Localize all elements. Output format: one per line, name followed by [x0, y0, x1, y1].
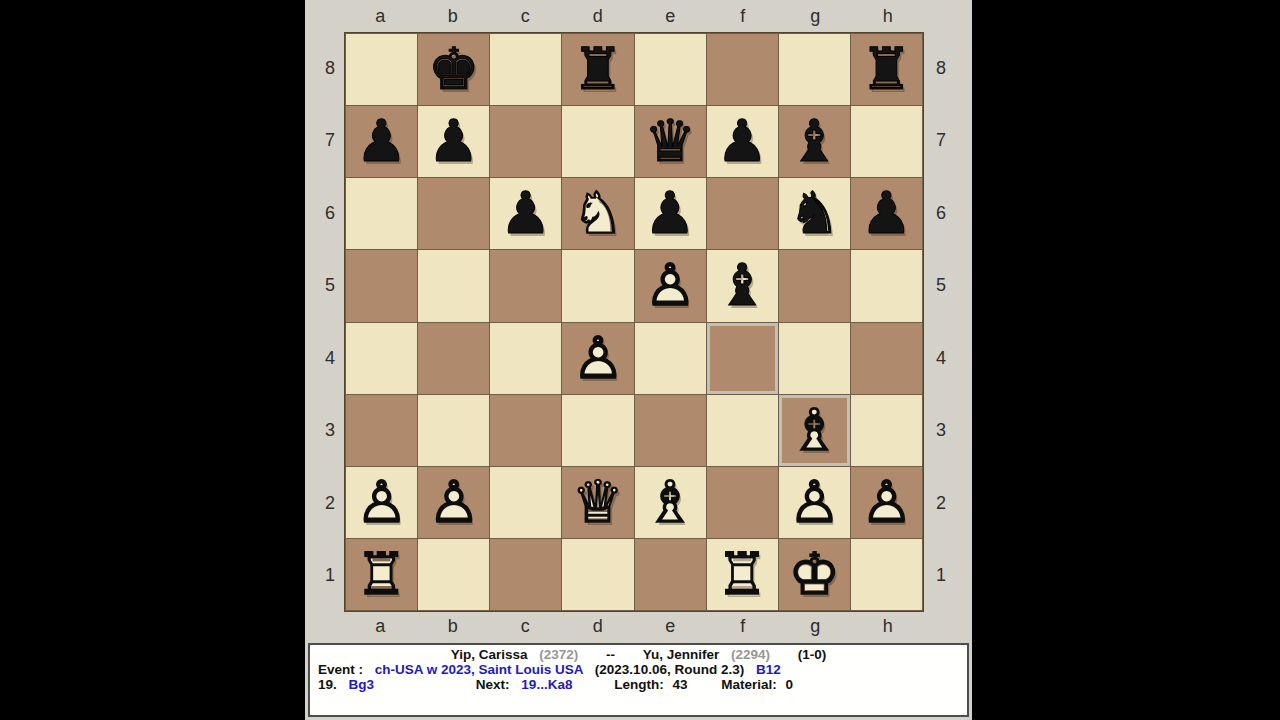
square-g1[interactable]: ♚♚♔ — [779, 539, 850, 610]
square-c8[interactable] — [490, 34, 561, 105]
piece-white-pawn: ♟♟♙ — [562, 323, 633, 394]
piece-white-queen: ♛♛♕ — [562, 467, 633, 538]
square-d7[interactable] — [562, 106, 633, 177]
piece-black-queen: ♛♛ — [635, 106, 706, 177]
square-e6[interactable]: ♟♟ — [635, 178, 706, 249]
square-f2[interactable] — [707, 467, 778, 538]
event-details: (2023.10.06, Round 2.3) — [595, 662, 744, 677]
file-label-a: a — [344, 6, 417, 28]
file-label-d: d — [562, 616, 635, 638]
square-a6[interactable] — [346, 178, 417, 249]
rank-label-2: 2 — [930, 467, 952, 540]
black-player-rating: (2294) — [731, 647, 770, 662]
rank-label-1: 1 — [930, 540, 952, 613]
square-h6[interactable]: ♟♟ — [851, 178, 922, 249]
content-column: abcdefgh 87654321 87654321 ♚♚♜♜♜♜♟♟♟♟♛♛♟… — [305, 0, 972, 720]
next-move: 19...Ka8 — [521, 677, 572, 692]
square-b4[interactable] — [418, 323, 489, 394]
square-h4[interactable] — [851, 323, 922, 394]
piece-white-rook: ♜♜♖ — [346, 539, 417, 610]
piece-black-pawn: ♟♟ — [851, 178, 922, 249]
material-label: Material: — [721, 677, 777, 692]
rank-label-6: 6 — [319, 177, 341, 250]
event-name: ch-USA w 2023, Saint Louis USA — [375, 662, 583, 677]
square-d2[interactable]: ♛♛♕ — [562, 467, 633, 538]
next-label: Next: — [476, 677, 510, 692]
square-a1[interactable]: ♜♜♖ — [346, 539, 417, 610]
piece-white-pawn: ♟♟♙ — [635, 250, 706, 321]
square-h5[interactable] — [851, 250, 922, 321]
white-player-rating: (2372) — [539, 647, 578, 662]
square-c5[interactable] — [490, 250, 561, 321]
piece-white-knight: ♞♞♘ — [562, 178, 633, 249]
chess-board: ♚♚♜♜♜♜♟♟♟♟♛♛♟♟♝♝♟♟♞♞♘♟♟♞♞♟♟♟♟♙♝♝♟♟♙♝♝♗♟♟… — [344, 32, 924, 612]
square-e3[interactable] — [635, 395, 706, 466]
square-b7[interactable]: ♟♟ — [418, 106, 489, 177]
square-b1[interactable] — [418, 539, 489, 610]
move-number: 19. — [318, 677, 337, 692]
rank-label-4: 4 — [319, 322, 341, 395]
square-f8[interactable] — [707, 34, 778, 105]
material-value: 0 — [786, 677, 794, 692]
square-b8[interactable]: ♚♚ — [418, 34, 489, 105]
eco-code: B12 — [756, 662, 781, 677]
piece-white-king: ♚♚♔ — [779, 539, 850, 610]
file-label-f: f — [707, 6, 780, 28]
rank-label-7: 7 — [930, 105, 952, 178]
piece-white-pawn: ♟♟♙ — [851, 467, 922, 538]
rank-label-6: 6 — [930, 177, 952, 250]
square-a4[interactable] — [346, 323, 417, 394]
square-e4[interactable] — [635, 323, 706, 394]
rank-label-8: 8 — [930, 32, 952, 105]
rank-label-3: 3 — [319, 395, 341, 468]
file-label-e: e — [634, 6, 707, 28]
square-f6[interactable] — [707, 178, 778, 249]
rank-label-8: 8 — [319, 32, 341, 105]
square-f5[interactable]: ♝♝ — [707, 250, 778, 321]
square-b3[interactable] — [418, 395, 489, 466]
square-h8[interactable]: ♜♜ — [851, 34, 922, 105]
square-e7[interactable]: ♛♛ — [635, 106, 706, 177]
file-label-g: g — [779, 6, 852, 28]
file-label-h: h — [852, 6, 925, 28]
piece-white-bishop: ♝♝♗ — [779, 395, 850, 466]
square-d1[interactable] — [562, 539, 633, 610]
game-info-panel: Yip, Carissa (2372) -- Yu, Jennifer (229… — [308, 643, 969, 717]
square-f4[interactable] — [707, 323, 778, 394]
piece-white-pawn: ♟♟♙ — [779, 467, 850, 538]
square-g2[interactable]: ♟♟♙ — [779, 467, 850, 538]
piece-black-rook: ♜♜ — [851, 34, 922, 105]
piece-black-king: ♚♚ — [418, 34, 489, 105]
square-b2[interactable]: ♟♟♙ — [418, 467, 489, 538]
square-e5[interactable]: ♟♟♙ — [635, 250, 706, 321]
square-h3[interactable] — [851, 395, 922, 466]
white-player-name: Yip, Carissa — [451, 647, 528, 662]
file-label-d: d — [562, 6, 635, 28]
length-label: Length: — [614, 677, 664, 692]
square-e8[interactable] — [635, 34, 706, 105]
square-a5[interactable] — [346, 250, 417, 321]
black-player-name: Yu, Jennifer — [643, 647, 720, 662]
square-a2[interactable]: ♟♟♙ — [346, 467, 417, 538]
piece-black-pawn: ♟♟ — [635, 178, 706, 249]
square-a3[interactable] — [346, 395, 417, 466]
square-g5[interactable] — [779, 250, 850, 321]
square-b5[interactable] — [418, 250, 489, 321]
square-e1[interactable] — [635, 539, 706, 610]
square-c4[interactable] — [490, 323, 561, 394]
moves-line: 19. Bg3 Next: 19...Ka8 Length: 43 Materi… — [318, 677, 959, 692]
square-d6[interactable]: ♞♞♘ — [562, 178, 633, 249]
piece-black-bishop: ♝♝ — [779, 106, 850, 177]
square-f7[interactable]: ♟♟ — [707, 106, 778, 177]
rank-label-3: 3 — [930, 395, 952, 468]
rank-label-5: 5 — [319, 250, 341, 323]
file-label-e: e — [634, 616, 707, 638]
piece-black-rook: ♜♜ — [562, 34, 633, 105]
square-c1[interactable] — [490, 539, 561, 610]
rank-labels-left: 87654321 — [319, 32, 341, 612]
piece-white-pawn: ♟♟♙ — [346, 467, 417, 538]
square-h1[interactable] — [851, 539, 922, 610]
square-g4[interactable] — [779, 323, 850, 394]
piece-black-knight: ♞♞ — [779, 178, 850, 249]
rank-label-7: 7 — [319, 105, 341, 178]
square-d8[interactable]: ♜♜ — [562, 34, 633, 105]
square-b6[interactable] — [418, 178, 489, 249]
square-e2[interactable]: ♝♝♗ — [635, 467, 706, 538]
players-separator: -- — [606, 647, 615, 662]
length-value: 43 — [672, 677, 687, 692]
square-d5[interactable] — [562, 250, 633, 321]
square-d4[interactable]: ♟♟♙ — [562, 323, 633, 394]
file-label-c: c — [489, 616, 562, 638]
square-c7[interactable] — [490, 106, 561, 177]
square-g6[interactable]: ♞♞ — [779, 178, 850, 249]
piece-white-pawn: ♟♟♙ — [418, 467, 489, 538]
file-label-h: h — [852, 616, 925, 638]
players-line: Yip, Carissa (2372) -- Yu, Jennifer (229… — [318, 647, 959, 662]
square-g8[interactable] — [779, 34, 850, 105]
file-label-g: g — [779, 616, 852, 638]
piece-white-rook: ♜♜♖ — [707, 539, 778, 610]
piece-black-pawn: ♟♟ — [418, 106, 489, 177]
file-labels-top: abcdefgh — [344, 6, 924, 28]
file-label-c: c — [489, 6, 562, 28]
square-d3[interactable] — [562, 395, 633, 466]
piece-black-bishop: ♝♝ — [707, 250, 778, 321]
rank-label-1: 1 — [319, 540, 341, 613]
rank-label-5: 5 — [930, 250, 952, 323]
square-h7[interactable] — [851, 106, 922, 177]
square-f1[interactable]: ♜♜♖ — [707, 539, 778, 610]
file-label-f: f — [707, 616, 780, 638]
event-line: Event : ch-USA w 2023, Saint Louis USA (… — [318, 662, 959, 677]
square-c2[interactable] — [490, 467, 561, 538]
piece-black-pawn: ♟♟ — [707, 106, 778, 177]
square-a7[interactable]: ♟♟ — [346, 106, 417, 177]
square-c6[interactable]: ♟♟ — [490, 178, 561, 249]
rank-label-2: 2 — [319, 467, 341, 540]
rank-labels-right: 87654321 — [930, 32, 952, 612]
square-f3[interactable] — [707, 395, 778, 466]
file-label-b: b — [417, 6, 490, 28]
piece-white-bishop: ♝♝♗ — [635, 467, 706, 538]
file-label-a: a — [344, 616, 417, 638]
file-label-b: b — [417, 616, 490, 638]
piece-black-pawn: ♟♟ — [346, 106, 417, 177]
file-labels-bottom: abcdefgh — [344, 616, 924, 638]
last-move: Bg3 — [349, 677, 375, 692]
square-g3[interactable]: ♝♝♗ — [779, 395, 850, 466]
event-label: Event : — [318, 662, 363, 677]
square-g7[interactable]: ♝♝ — [779, 106, 850, 177]
square-a8[interactable] — [346, 34, 417, 105]
square-h2[interactable]: ♟♟♙ — [851, 467, 922, 538]
rank-label-4: 4 — [930, 322, 952, 395]
game-result: (1-0) — [798, 647, 827, 662]
piece-black-pawn: ♟♟ — [490, 178, 561, 249]
square-c3[interactable] — [490, 395, 561, 466]
